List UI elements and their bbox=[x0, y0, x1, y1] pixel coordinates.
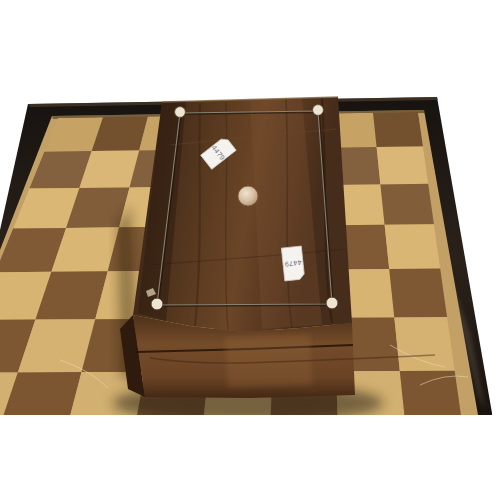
pearl-dot-bottom-left bbox=[151, 298, 163, 310]
board-square bbox=[373, 112, 424, 147]
center-roundel bbox=[238, 186, 258, 206]
board-square bbox=[377, 146, 431, 184]
pearl-dot-top-right bbox=[313, 105, 324, 116]
pearl-dot-top-left bbox=[175, 107, 186, 118]
pearl-dot-bottom-right bbox=[326, 297, 338, 309]
lot-tag-2: 4479 bbox=[281, 246, 304, 281]
auction-photo: 4479 4479 bbox=[0, 85, 500, 415]
studio-background: 4479 4479 bbox=[0, 0, 500, 500]
chessboard-scene: 4479 4479 bbox=[0, 85, 500, 415]
